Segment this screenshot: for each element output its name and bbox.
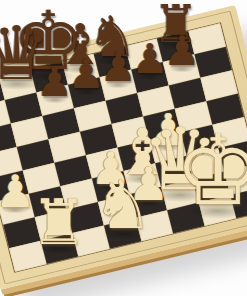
pawn-glyph: ♟ — [100, 47, 137, 88]
chessboard-product-photo: ♛♚♝♞♜♟♟♟♟♟♟♟♟♝♟♛♜♞♚ — [0, 0, 247, 296]
knight-glyph: ♞ — [93, 172, 153, 239]
rook-glyph: ♜ — [31, 191, 87, 254]
pawn-glyph: ♟ — [36, 62, 73, 103]
pawn-glyph: ♟ — [164, 32, 201, 73]
king-glyph: ♚ — [175, 122, 247, 219]
pawn-glyph: ♟ — [68, 55, 105, 96]
pawn-glyph: ♟ — [132, 39, 169, 80]
